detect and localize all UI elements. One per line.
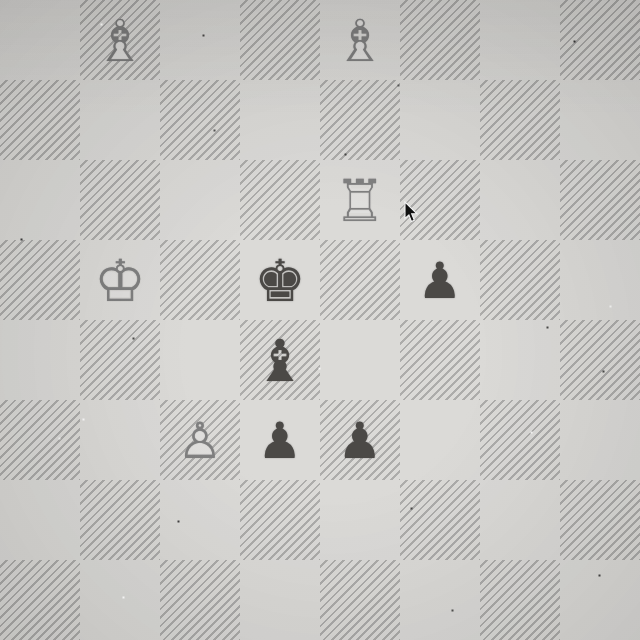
square-a8[interactable] bbox=[0, 0, 80, 80]
square-b5[interactable]: ♚♔ bbox=[80, 240, 160, 320]
square-b2[interactable] bbox=[80, 480, 160, 560]
square-d6[interactable] bbox=[240, 160, 320, 240]
square-d4[interactable]: ♝ bbox=[240, 320, 320, 400]
bishop-glyph: ♝ bbox=[240, 320, 320, 400]
square-e6[interactable]: ♜♖ bbox=[320, 160, 400, 240]
square-h8[interactable] bbox=[560, 0, 640, 80]
square-h6[interactable] bbox=[560, 160, 640, 240]
chess-board: ♝♗♝♗♜♖♚♔♚♟♝♟♙♟♟ bbox=[0, 0, 640, 640]
square-f4[interactable] bbox=[400, 320, 480, 400]
piece-black-pawn-f5[interactable]: ♟ bbox=[400, 240, 480, 320]
piece-black-bishop-d4[interactable]: ♝ bbox=[240, 320, 320, 400]
square-a2[interactable] bbox=[0, 480, 80, 560]
square-a7[interactable] bbox=[0, 80, 80, 160]
square-c3[interactable]: ♟♙ bbox=[160, 400, 240, 480]
square-e5[interactable] bbox=[320, 240, 400, 320]
piece-black-pawn-e3[interactable]: ♟ bbox=[320, 400, 400, 480]
square-f2[interactable] bbox=[400, 480, 480, 560]
rook-glyph-outline: ♖ bbox=[320, 160, 400, 240]
square-h7[interactable] bbox=[560, 80, 640, 160]
square-g7[interactable] bbox=[480, 80, 560, 160]
square-h3[interactable] bbox=[560, 400, 640, 480]
square-c7[interactable] bbox=[160, 80, 240, 160]
square-c6[interactable] bbox=[160, 160, 240, 240]
square-b1[interactable] bbox=[80, 560, 160, 640]
square-h4[interactable] bbox=[560, 320, 640, 400]
square-h1[interactable] bbox=[560, 560, 640, 640]
bishop-glyph-outline: ♗ bbox=[80, 0, 160, 80]
square-g5[interactable] bbox=[480, 240, 560, 320]
square-f1[interactable] bbox=[400, 560, 480, 640]
square-g4[interactable] bbox=[480, 320, 560, 400]
square-d1[interactable] bbox=[240, 560, 320, 640]
square-e4[interactable] bbox=[320, 320, 400, 400]
chess-diagram-photo: ♝♗♝♗♜♖♚♔♚♟♝♟♙♟♟ bbox=[0, 0, 640, 640]
pawn-glyph: ♟ bbox=[320, 400, 400, 480]
piece-white-pawn-c3[interactable]: ♟♙ bbox=[160, 400, 240, 480]
king-glyph: ♚ bbox=[240, 240, 320, 320]
square-g8[interactable] bbox=[480, 0, 560, 80]
square-b3[interactable] bbox=[80, 400, 160, 480]
square-f5[interactable]: ♟ bbox=[400, 240, 480, 320]
square-a1[interactable] bbox=[0, 560, 80, 640]
square-c4[interactable] bbox=[160, 320, 240, 400]
square-g1[interactable] bbox=[480, 560, 560, 640]
square-d5[interactable]: ♚ bbox=[240, 240, 320, 320]
piece-white-rook-e6[interactable]: ♜♖ bbox=[320, 160, 400, 240]
square-c1[interactable] bbox=[160, 560, 240, 640]
square-a3[interactable] bbox=[0, 400, 80, 480]
piece-white-bishop-e8[interactable]: ♝♗ bbox=[320, 0, 400, 80]
square-a4[interactable] bbox=[0, 320, 80, 400]
square-h2[interactable] bbox=[560, 480, 640, 560]
square-c5[interactable] bbox=[160, 240, 240, 320]
piece-black-pawn-d3[interactable]: ♟ bbox=[240, 400, 320, 480]
square-b4[interactable] bbox=[80, 320, 160, 400]
square-a5[interactable] bbox=[0, 240, 80, 320]
square-e2[interactable] bbox=[320, 480, 400, 560]
square-g2[interactable] bbox=[480, 480, 560, 560]
square-b8[interactable]: ♝♗ bbox=[80, 0, 160, 80]
square-e7[interactable] bbox=[320, 80, 400, 160]
square-b6[interactable] bbox=[80, 160, 160, 240]
square-b7[interactable] bbox=[80, 80, 160, 160]
square-e1[interactable] bbox=[320, 560, 400, 640]
piece-white-king-b5[interactable]: ♚♔ bbox=[80, 240, 160, 320]
square-d7[interactable] bbox=[240, 80, 320, 160]
square-d8[interactable] bbox=[240, 0, 320, 80]
king-glyph-outline: ♔ bbox=[80, 240, 160, 320]
square-e8[interactable]: ♝♗ bbox=[320, 0, 400, 80]
square-c2[interactable] bbox=[160, 480, 240, 560]
square-a6[interactable] bbox=[0, 160, 80, 240]
square-h5[interactable] bbox=[560, 240, 640, 320]
square-f3[interactable] bbox=[400, 400, 480, 480]
square-g6[interactable] bbox=[480, 160, 560, 240]
square-f8[interactable] bbox=[400, 0, 480, 80]
square-f7[interactable] bbox=[400, 80, 480, 160]
pawn-glyph: ♟ bbox=[240, 400, 320, 480]
piece-white-bishop-b8[interactable]: ♝♗ bbox=[80, 0, 160, 80]
bishop-glyph-outline: ♗ bbox=[320, 0, 400, 80]
pawn-glyph: ♟ bbox=[400, 240, 480, 320]
square-c8[interactable] bbox=[160, 0, 240, 80]
pawn-glyph-outline: ♙ bbox=[160, 400, 240, 480]
square-d3[interactable]: ♟ bbox=[240, 400, 320, 480]
square-g3[interactable] bbox=[480, 400, 560, 480]
square-e3[interactable]: ♟ bbox=[320, 400, 400, 480]
square-d2[interactable] bbox=[240, 480, 320, 560]
piece-black-king-d5[interactable]: ♚ bbox=[240, 240, 320, 320]
square-f6[interactable] bbox=[400, 160, 480, 240]
